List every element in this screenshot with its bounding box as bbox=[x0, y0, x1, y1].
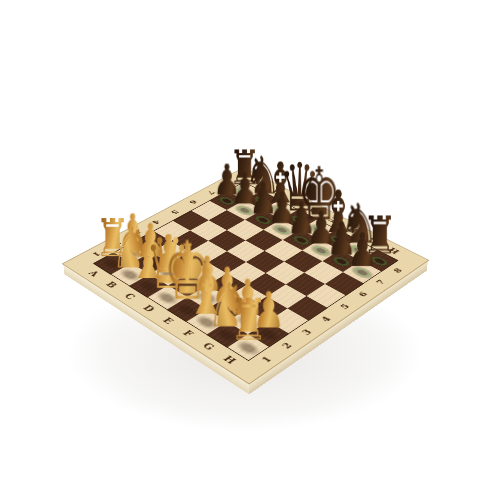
piece-black-pawn: ♟ bbox=[347, 228, 378, 272]
chess-board: ABCDEFGH8♜♞♝♛♚♝♞♜87♟♟♟♟♟♟♟♟7665544332♟♟♟… bbox=[62, 167, 430, 384]
product-photo-stage: ABCDEFGH8♜♞♝♛♚♝♞♜87♟♟♟♟♟♟♟♟7665544332♟♟♟… bbox=[0, 0, 500, 500]
piece-white-rook: ♜ bbox=[229, 293, 268, 347]
perspective-scene: ABCDEFGH8♜♞♝♛♚♝♞♜87♟♟♟♟♟♟♟♟7665544332♟♟♟… bbox=[0, 0, 500, 500]
